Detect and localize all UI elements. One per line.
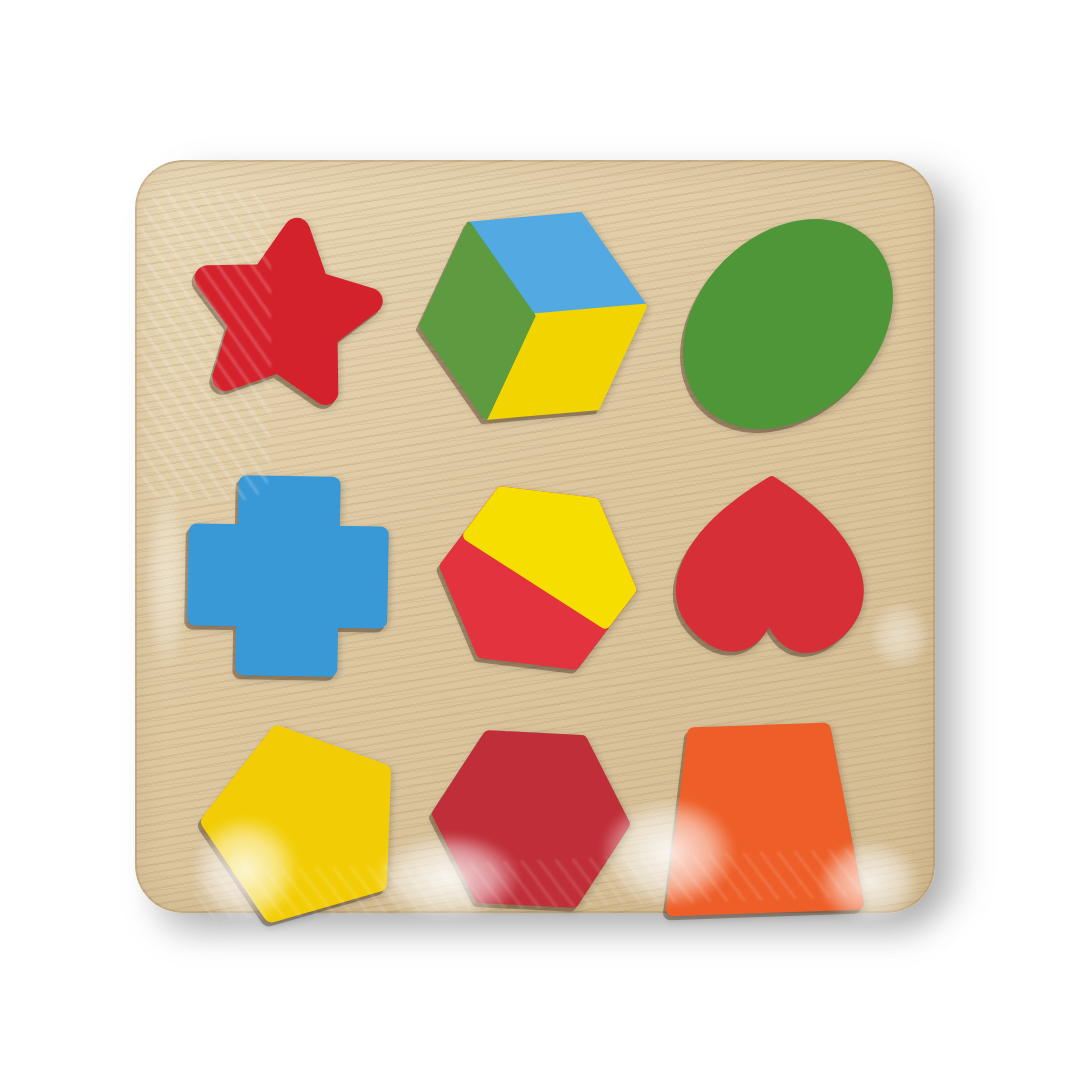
grid-cell-r2c2 — [660, 676, 911, 916]
puzzle-board — [135, 160, 935, 913]
piece-red-star[interactable] — [165, 196, 405, 436]
grid-cell-r1c2 — [660, 436, 911, 676]
piece-yellow-pentagon[interactable] — [184, 705, 424, 945]
piece-yellow-red-hexagon[interactable] — [418, 458, 658, 698]
grid-cell-r2c1 — [410, 676, 661, 916]
grid-cell-r0c1 — [410, 196, 661, 436]
grid-cell-r0c0 — [159, 196, 410, 436]
piece-green-oval[interactable] — [668, 204, 908, 444]
grid-cell-r2c0 — [159, 676, 410, 916]
grid-cell-r1c0 — [159, 436, 410, 676]
piece-blue-cross[interactable] — [168, 456, 408, 696]
grid-cell-r1c1 — [410, 436, 661, 676]
piece-red-heart-inverted[interactable] — [650, 460, 890, 700]
piece-orange-trapezoid[interactable] — [642, 699, 882, 939]
piece-brick-red-hexagon[interactable] — [411, 699, 651, 939]
grid-cell-r0c2 — [660, 196, 911, 436]
piece-color-cube[interactable] — [413, 196, 653, 436]
board-grid — [135, 160, 935, 913]
photo-background — [0, 0, 1080, 1080]
